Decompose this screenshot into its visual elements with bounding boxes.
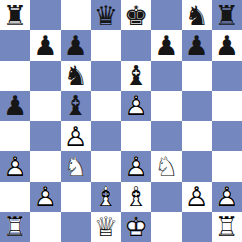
square-g8[interactable]: ♞ bbox=[182, 0, 212, 30]
square-g2[interactable]: ♟♙ bbox=[182, 182, 212, 212]
white-pawn-icon: ♙ bbox=[212, 182, 242, 212]
square-c3[interactable]: ♞♘ bbox=[61, 151, 91, 181]
white-pawn: ♟♙ bbox=[0, 151, 30, 181]
square-b4[interactable] bbox=[30, 121, 60, 151]
black-king: ♚ bbox=[121, 0, 151, 30]
square-a1[interactable]: ♜♖ bbox=[0, 212, 30, 242]
white-bishop: ♝♗ bbox=[91, 182, 121, 212]
white-king-icon: ♔ bbox=[121, 212, 151, 242]
square-d4[interactable] bbox=[91, 121, 121, 151]
white-bishop-icon: ♗ bbox=[91, 182, 121, 212]
black-pawn: ♟ bbox=[30, 30, 60, 60]
square-g3[interactable] bbox=[182, 151, 212, 181]
square-b3[interactable] bbox=[30, 151, 60, 181]
white-pawn-icon: ♙ bbox=[61, 121, 91, 151]
square-c2[interactable] bbox=[61, 182, 91, 212]
white-queen-icon: ♕ bbox=[91, 212, 121, 242]
square-a7[interactable] bbox=[0, 30, 30, 60]
black-knight: ♞ bbox=[182, 0, 212, 30]
square-d5[interactable] bbox=[91, 91, 121, 121]
square-c8[interactable] bbox=[61, 0, 91, 30]
white-pawn-icon: ♙ bbox=[30, 182, 60, 212]
square-a5[interactable]: ♟ bbox=[0, 91, 30, 121]
square-h1[interactable]: ♜♖ bbox=[212, 212, 242, 242]
white-knight: ♞♘ bbox=[151, 151, 181, 181]
white-rook: ♜♖ bbox=[212, 212, 242, 242]
white-pawn: ♟♙ bbox=[30, 182, 60, 212]
white-pawn: ♟♙ bbox=[121, 91, 151, 121]
square-b6[interactable] bbox=[30, 61, 60, 91]
black-pawn-icon: ♟ bbox=[30, 30, 60, 60]
square-g4[interactable] bbox=[182, 121, 212, 151]
square-e5[interactable]: ♟♙ bbox=[121, 91, 151, 121]
white-knight-icon: ♘ bbox=[151, 151, 181, 181]
square-f1[interactable] bbox=[151, 212, 181, 242]
chess-board: ♜♛♚♞♜♟♟♟♟♟♞♝♟♝♟♙♟♙♟♙♞♘♟♙♞♘♟♙♝♗♝♗♟♙♟♙♜♖♛♕… bbox=[0, 0, 242, 242]
square-f7[interactable]: ♟ bbox=[151, 30, 181, 60]
white-pawn: ♟♙ bbox=[61, 121, 91, 151]
square-h2[interactable]: ♟♙ bbox=[212, 182, 242, 212]
square-c5[interactable]: ♝ bbox=[61, 91, 91, 121]
white-pawn-icon: ♙ bbox=[0, 151, 30, 181]
square-a6[interactable] bbox=[0, 61, 30, 91]
black-pawn: ♟ bbox=[61, 30, 91, 60]
black-knight-icon: ♞ bbox=[182, 0, 212, 30]
square-c1[interactable] bbox=[61, 212, 91, 242]
square-c7[interactable]: ♟ bbox=[61, 30, 91, 60]
white-king: ♚♔ bbox=[121, 212, 151, 242]
square-b1[interactable] bbox=[30, 212, 60, 242]
black-rook: ♜ bbox=[0, 0, 30, 30]
black-rook-icon: ♜ bbox=[212, 0, 242, 30]
square-f5[interactable] bbox=[151, 91, 181, 121]
square-c6[interactable]: ♞ bbox=[61, 61, 91, 91]
black-rook: ♜ bbox=[212, 0, 242, 30]
square-h6[interactable] bbox=[212, 61, 242, 91]
black-bishop-icon: ♝ bbox=[61, 91, 91, 121]
square-a3[interactable]: ♟♙ bbox=[0, 151, 30, 181]
square-e6[interactable]: ♝ bbox=[121, 61, 151, 91]
square-e7[interactable] bbox=[121, 30, 151, 60]
square-a4[interactable] bbox=[0, 121, 30, 151]
square-e4[interactable] bbox=[121, 121, 151, 151]
black-knight: ♞ bbox=[61, 61, 91, 91]
white-queen: ♛♕ bbox=[91, 212, 121, 242]
square-e3[interactable]: ♟♙ bbox=[121, 151, 151, 181]
square-h5[interactable] bbox=[212, 91, 242, 121]
black-king-icon: ♚ bbox=[121, 0, 151, 30]
square-a8[interactable]: ♜ bbox=[0, 0, 30, 30]
square-b8[interactable] bbox=[30, 0, 60, 30]
black-pawn: ♟ bbox=[0, 91, 30, 121]
white-pawn: ♟♙ bbox=[182, 182, 212, 212]
square-d3[interactable] bbox=[91, 151, 121, 181]
white-bishop: ♝♗ bbox=[121, 182, 151, 212]
square-b7[interactable]: ♟ bbox=[30, 30, 60, 60]
white-bishop-icon: ♗ bbox=[121, 182, 151, 212]
black-queen: ♛ bbox=[91, 0, 121, 30]
square-d1[interactable]: ♛♕ bbox=[91, 212, 121, 242]
square-g7[interactable]: ♟ bbox=[182, 30, 212, 60]
black-pawn-icon: ♟ bbox=[151, 30, 181, 60]
white-rook-icon: ♖ bbox=[0, 212, 30, 242]
white-pawn-icon: ♙ bbox=[121, 151, 151, 181]
square-f8[interactable] bbox=[151, 0, 181, 30]
square-d7[interactable] bbox=[91, 30, 121, 60]
black-bishop: ♝ bbox=[121, 61, 151, 91]
square-f6[interactable] bbox=[151, 61, 181, 91]
black-bishop-icon: ♝ bbox=[121, 61, 151, 91]
white-pawn: ♟♙ bbox=[212, 182, 242, 212]
black-pawn-icon: ♟ bbox=[61, 30, 91, 60]
square-g1[interactable] bbox=[182, 212, 212, 242]
black-pawn: ♟ bbox=[182, 30, 212, 60]
black-queen-icon: ♛ bbox=[91, 0, 121, 30]
chess-board-container: ♜♛♚♞♜♟♟♟♟♟♞♝♟♝♟♙♟♙♟♙♞♘♟♙♞♘♟♙♝♗♝♗♟♙♟♙♜♖♛♕… bbox=[0, 0, 242, 242]
square-f3[interactable]: ♞♘ bbox=[151, 151, 181, 181]
square-h4[interactable] bbox=[212, 121, 242, 151]
square-d6[interactable] bbox=[91, 61, 121, 91]
square-d8[interactable]: ♛ bbox=[91, 0, 121, 30]
square-f4[interactable] bbox=[151, 121, 181, 151]
black-pawn: ♟ bbox=[212, 30, 242, 60]
white-knight: ♞♘ bbox=[61, 151, 91, 181]
black-pawn-icon: ♟ bbox=[0, 91, 30, 121]
white-rook: ♜♖ bbox=[0, 212, 30, 242]
square-e2[interactable]: ♝♗ bbox=[121, 182, 151, 212]
black-knight-icon: ♞ bbox=[61, 61, 91, 91]
square-b5[interactable] bbox=[30, 91, 60, 121]
square-e1[interactable]: ♚♔ bbox=[121, 212, 151, 242]
white-rook-icon: ♖ bbox=[212, 212, 242, 242]
square-g6[interactable] bbox=[182, 61, 212, 91]
black-bishop: ♝ bbox=[61, 91, 91, 121]
square-h7[interactable]: ♟ bbox=[212, 30, 242, 60]
square-f2[interactable] bbox=[151, 182, 181, 212]
square-a2[interactable] bbox=[0, 182, 30, 212]
square-b2[interactable]: ♟♙ bbox=[30, 182, 60, 212]
square-h3[interactable] bbox=[212, 151, 242, 181]
black-pawn: ♟ bbox=[151, 30, 181, 60]
square-g5[interactable] bbox=[182, 91, 212, 121]
white-pawn-icon: ♙ bbox=[121, 91, 151, 121]
square-h8[interactable]: ♜ bbox=[212, 0, 242, 30]
black-rook-icon: ♜ bbox=[0, 0, 30, 30]
white-knight-icon: ♘ bbox=[61, 151, 91, 181]
black-pawn-icon: ♟ bbox=[182, 30, 212, 60]
white-pawn-icon: ♙ bbox=[182, 182, 212, 212]
square-d2[interactable]: ♝♗ bbox=[91, 182, 121, 212]
white-pawn: ♟♙ bbox=[121, 151, 151, 181]
square-c4[interactable]: ♟♙ bbox=[61, 121, 91, 151]
square-e8[interactable]: ♚ bbox=[121, 0, 151, 30]
black-pawn-icon: ♟ bbox=[212, 30, 242, 60]
